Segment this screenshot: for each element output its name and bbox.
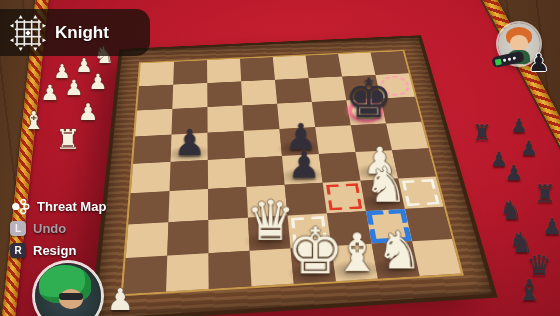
square-a7[interactable] <box>137 85 173 111</box>
r-button-icon: R <box>10 243 26 258</box>
square-a2[interactable] <box>126 222 169 258</box>
black-pawn[interactable]: ♟ <box>287 148 320 183</box>
captured-white-bishop: ♝ <box>23 108 45 133</box>
captured-white-pawn: ♟ <box>41 83 60 104</box>
square-f8[interactable] <box>306 54 343 78</box>
captured-black-pawn: ♟ <box>520 138 538 158</box>
square-b3[interactable] <box>168 189 208 222</box>
game-screen: ♚♟♟♟♟♞♛♚♝♞ ♟♟♞♟♟♟♟♝♜♜♟♟♟♟♜♞♟♞♛♝ Knight <box>0 0 560 316</box>
player-avatar: ♟ <box>35 263 101 316</box>
player-glasses <box>59 293 83 300</box>
opponent-face <box>510 35 528 51</box>
square-b2[interactable] <box>167 220 208 256</box>
white-knight[interactable]: ♞ <box>375 227 422 277</box>
square-d6[interactable] <box>242 104 279 131</box>
square-d7[interactable] <box>241 80 277 106</box>
square-d2[interactable]: ♛ <box>248 216 291 251</box>
square-g3[interactable]: ♞ <box>361 179 405 212</box>
square-c8[interactable] <box>207 59 241 83</box>
player-avatar-circle <box>35 263 101 316</box>
captured-white-rook: ♜ <box>56 126 80 153</box>
captured-black-rook: ♜ <box>472 122 492 144</box>
white-king[interactable]: ♚ <box>286 221 343 282</box>
captured-black-pawn: ♟ <box>505 163 524 184</box>
board-scene: ♚♟♟♟♟♞♛♚♝♞ <box>112 0 452 316</box>
square-a3[interactable] <box>128 191 169 224</box>
stick-press-icon <box>10 198 30 215</box>
square-b4[interactable] <box>170 160 209 191</box>
square-c4[interactable] <box>208 158 247 189</box>
square-d5[interactable] <box>244 129 282 158</box>
captured-black-rook: ♜ <box>534 182 556 206</box>
square-e1[interactable]: ♚ <box>291 246 336 284</box>
action-menu: Threat Map L Undo R Resign <box>10 196 106 262</box>
white-knight[interactable]: ♞ <box>363 163 407 209</box>
black-pawn[interactable]: ♟ <box>173 126 205 160</box>
square-f4[interactable] <box>319 152 361 183</box>
square-a4[interactable] <box>131 162 171 193</box>
chess-board: ♚♟♟♟♟♞♛♚♝♞ <box>121 50 464 296</box>
menu-item-label: Resign <box>33 243 76 258</box>
menu-item-label: Undo <box>33 221 66 236</box>
black-side-badge-icon: ♟ <box>528 51 550 75</box>
square-b1[interactable] <box>166 253 209 291</box>
square-e8[interactable] <box>273 56 309 80</box>
move-target-bracket <box>402 179 439 206</box>
square-c7[interactable] <box>207 81 242 107</box>
square-c3[interactable] <box>208 187 248 220</box>
menu-item-resign[interactable]: R Resign <box>10 240 106 261</box>
cpu-level-square <box>495 58 502 65</box>
captured-black-knight: ♞ <box>499 197 522 223</box>
square-a6[interactable] <box>135 109 172 137</box>
menu-item-label: Threat Map <box>37 199 106 214</box>
square-b8[interactable] <box>173 60 207 84</box>
mode-label: Knight <box>55 23 109 43</box>
square-a5[interactable] <box>133 135 171 164</box>
black-king[interactable]: ♚ <box>344 72 392 123</box>
square-b5[interactable]: ♟ <box>171 133 208 162</box>
square-e4[interactable]: ♟ <box>282 154 323 185</box>
square-g6[interactable]: ♚ <box>346 98 386 125</box>
board-frame: ♚♟♟♟♟♞♛♚♝♞ <box>95 38 492 316</box>
square-c5[interactable] <box>208 131 245 160</box>
square-c1[interactable] <box>209 251 252 289</box>
menu-item-undo[interactable]: L Undo <box>10 218 106 239</box>
square-d8[interactable] <box>240 57 275 81</box>
menu-item-threat-map[interactable]: Threat Map <box>10 196 106 217</box>
captured-black-pawn: ♟ <box>510 116 527 135</box>
square-b7[interactable] <box>172 83 207 109</box>
square-e7[interactable] <box>275 78 312 104</box>
opponent-avatar: ♟ <box>498 23 540 65</box>
captured-white-pawn: ♟ <box>65 78 84 99</box>
square-f7[interactable] <box>309 76 347 101</box>
l-button-icon: L <box>10 221 26 236</box>
square-a8[interactable] <box>139 62 174 86</box>
mode-banner: Knight <box>0 9 150 56</box>
captured-white-pawn: ♟ <box>89 72 108 93</box>
square-c6[interactable] <box>207 105 243 132</box>
captured-black-pawn: ♟ <box>542 216 560 238</box>
captured-black-bishop: ♝ <box>516 276 542 305</box>
knight-moves-icon <box>9 14 47 52</box>
square-f5[interactable] <box>315 125 355 154</box>
captured-white-pawn: ♟ <box>78 101 99 124</box>
white-side-badge-icon: ♟ <box>107 285 134 315</box>
